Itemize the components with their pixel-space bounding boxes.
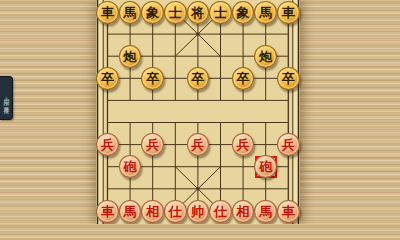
- board-point: 炮: [119, 45, 142, 67]
- piece-red-advisor[interactable]: 仕: [209, 200, 232, 223]
- board-point: 馬: [119, 1, 142, 23]
- board-point: 帅: [187, 200, 210, 222]
- piece-red-chariot[interactable]: 車: [96, 200, 119, 223]
- board-point: 兵: [277, 134, 300, 156]
- board-point: 馬: [119, 200, 142, 222]
- board-point: 卒: [277, 67, 300, 89]
- board-point: 兵: [187, 134, 210, 156]
- piece-black-soldier[interactable]: 卒: [232, 67, 255, 90]
- board-point: 兵: [232, 134, 255, 156]
- piece-black-advisor[interactable]: 士: [209, 1, 232, 24]
- board-point: 車: [96, 1, 119, 23]
- board-point: 将: [187, 1, 210, 23]
- piece-black-elephant[interactable]: 象: [232, 1, 255, 24]
- board-point: 車: [96, 200, 119, 222]
- piece-black-soldier[interactable]: 卒: [277, 67, 300, 90]
- piece-red-soldier[interactable]: 兵: [141, 133, 164, 156]
- piece-red-elephant[interactable]: 相: [141, 200, 164, 223]
- board-point: 砲: [119, 156, 142, 178]
- piece-red-soldier[interactable]: 兵: [232, 133, 255, 156]
- piece-red-horse[interactable]: 馬: [119, 200, 142, 223]
- board-point: 砲: [254, 156, 277, 178]
- side-panel-tab-content: 应用›推荐: [3, 94, 10, 102]
- piece-red-soldier[interactable]: 兵: [187, 133, 210, 156]
- side-panel-tab[interactable]: 应用›推荐: [0, 76, 13, 120]
- piece-red-general[interactable]: 帅: [187, 200, 210, 223]
- board-point: 車: [277, 1, 300, 23]
- piece-black-cannon[interactable]: 炮: [254, 45, 277, 68]
- piece-black-soldier[interactable]: 卒: [96, 67, 119, 90]
- board-point: 兵: [141, 134, 164, 156]
- board-point: 相: [141, 200, 164, 222]
- xiangqi-board: 車馬象士将士象馬車炮炮卒卒卒卒卒兵兵兵兵兵砲砲車馬相仕帅仕相馬車: [96, 0, 300, 224]
- piece-red-cannon[interactable]: 砲: [119, 155, 142, 178]
- board-point: 車: [277, 200, 300, 222]
- board-point: 卒: [96, 67, 119, 89]
- piece-black-general[interactable]: 将: [187, 1, 210, 24]
- board-point: 士: [164, 1, 187, 23]
- piece-red-chariot[interactable]: 車: [277, 200, 300, 223]
- board-point: 士: [209, 1, 232, 23]
- board-point: 仕: [164, 200, 187, 222]
- piece-red-horse[interactable]: 馬: [254, 200, 277, 223]
- board-point: 象: [232, 1, 255, 23]
- piece-black-horse[interactable]: 馬: [254, 1, 277, 24]
- piece-red-soldier[interactable]: 兵: [277, 133, 300, 156]
- piece-black-chariot[interactable]: 車: [96, 1, 119, 24]
- board-point: 卒: [232, 67, 255, 89]
- board-point: 馬: [254, 1, 277, 23]
- piece-black-elephant[interactable]: 象: [141, 1, 164, 24]
- board-point: 仕: [209, 200, 232, 222]
- piece-black-cannon[interactable]: 炮: [119, 45, 142, 68]
- piece-red-soldier[interactable]: 兵: [96, 133, 119, 156]
- board-point: 馬: [254, 200, 277, 222]
- piece-red-elephant[interactable]: 相: [232, 200, 255, 223]
- piece-grid: 車馬象士将士象馬車炮炮卒卒卒卒卒兵兵兵兵兵砲砲車馬相仕帅仕相馬車: [96, 1, 299, 222]
- piece-red-advisor[interactable]: 仕: [164, 200, 187, 223]
- board-point: 相: [232, 200, 255, 222]
- piece-black-horse[interactable]: 馬: [119, 1, 142, 24]
- piece-black-soldier[interactable]: 卒: [187, 67, 210, 90]
- board-point: 兵: [96, 134, 119, 156]
- board-point: 卒: [141, 67, 164, 89]
- board-point: 象: [141, 1, 164, 23]
- piece-black-soldier[interactable]: 卒: [141, 67, 164, 90]
- board-point: 卒: [187, 67, 210, 89]
- piece-black-chariot[interactable]: 車: [277, 1, 300, 24]
- piece-black-advisor[interactable]: 士: [164, 1, 187, 24]
- chevron-right-icon: ›: [3, 94, 11, 102]
- board-point: 炮: [254, 45, 277, 67]
